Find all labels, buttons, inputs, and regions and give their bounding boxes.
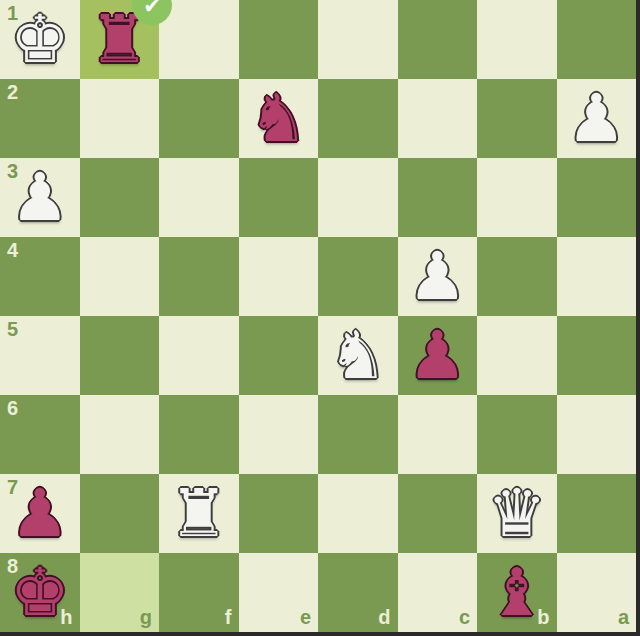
square-d6[interactable] [318, 395, 398, 474]
square-b1[interactable] [477, 0, 557, 79]
square-e3[interactable] [239, 158, 319, 237]
square-g6[interactable] [80, 395, 160, 474]
white-pawn[interactable]: ♟ [398, 237, 478, 316]
square-a5[interactable] [557, 316, 637, 395]
white-queen[interactable]: ♛ [477, 474, 557, 553]
file-label-e: e [300, 607, 311, 627]
square-c2[interactable] [398, 79, 478, 158]
square-b8[interactable]: b♝ [477, 553, 557, 632]
file-label-d: d [378, 607, 390, 627]
square-e6[interactable] [239, 395, 319, 474]
square-e8[interactable]: e [239, 553, 319, 632]
square-h3[interactable]: 3♟ [0, 158, 80, 237]
square-c8[interactable]: c [398, 553, 478, 632]
square-d8[interactable]: d [318, 553, 398, 632]
black-knight[interactable]: ♞ [239, 79, 319, 158]
square-e7[interactable] [239, 474, 319, 553]
square-e5[interactable] [239, 316, 319, 395]
square-g5[interactable] [80, 316, 160, 395]
white-knight[interactable]: ♞ [318, 316, 398, 395]
white-pawn[interactable]: ♟ [557, 79, 637, 158]
black-pawn[interactable]: ♟ [0, 474, 80, 553]
square-b3[interactable] [477, 158, 557, 237]
square-g7[interactable] [80, 474, 160, 553]
square-b7[interactable]: ♛ [477, 474, 557, 553]
square-c3[interactable] [398, 158, 478, 237]
square-a7[interactable] [557, 474, 637, 553]
square-a6[interactable] [557, 395, 637, 474]
file-label-c: c [459, 607, 470, 627]
square-f7[interactable]: ♜ [159, 474, 239, 553]
white-pawn[interactable]: ♟ [0, 158, 80, 237]
square-c4[interactable]: ♟ [398, 237, 478, 316]
square-c7[interactable] [398, 474, 478, 553]
square-b5[interactable] [477, 316, 557, 395]
square-h5[interactable]: 5 [0, 316, 80, 395]
square-d5[interactable]: ♞ [318, 316, 398, 395]
square-d7[interactable] [318, 474, 398, 553]
square-h7[interactable]: 7♟ [0, 474, 80, 553]
file-label-g: g [140, 607, 152, 627]
square-a2[interactable]: ♟ [557, 79, 637, 158]
square-b6[interactable] [477, 395, 557, 474]
rank-label-5: 5 [7, 319, 18, 339]
square-f4[interactable] [159, 237, 239, 316]
square-g2[interactable] [80, 79, 160, 158]
square-d2[interactable] [318, 79, 398, 158]
square-g8[interactable]: g [80, 553, 160, 632]
square-c1[interactable] [398, 0, 478, 79]
square-e1[interactable] [239, 0, 319, 79]
rank-label-4: 4 [7, 240, 18, 260]
chess-board-wrapper: 1♚♜2♞♟3♟4♟5♞♟67♟♜♛8h♚gfedcb♝a ✔ [0, 0, 640, 636]
check-icon: ✔ [143, 0, 161, 25]
file-label-f: f [225, 607, 232, 627]
square-b4[interactable] [477, 237, 557, 316]
square-d1[interactable] [318, 0, 398, 79]
square-f3[interactable] [159, 158, 239, 237]
square-c5[interactable]: ♟ [398, 316, 478, 395]
chess-board: 1♚♜2♞♟3♟4♟5♞♟67♟♜♛8h♚gfedcb♝a [0, 0, 636, 632]
square-h8[interactable]: 8h♚ [0, 553, 80, 632]
black-bishop[interactable]: ♝ [477, 553, 557, 632]
square-a4[interactable] [557, 237, 637, 316]
square-f2[interactable] [159, 79, 239, 158]
square-h4[interactable]: 4 [0, 237, 80, 316]
square-f5[interactable] [159, 316, 239, 395]
white-king[interactable]: ♚ [0, 0, 80, 79]
file-label-a: a [618, 607, 629, 627]
square-e4[interactable] [239, 237, 319, 316]
square-e2[interactable]: ♞ [239, 79, 319, 158]
square-g4[interactable] [80, 237, 160, 316]
square-h2[interactable]: 2 [0, 79, 80, 158]
black-pawn[interactable]: ♟ [398, 316, 478, 395]
rank-label-2: 2 [7, 82, 18, 102]
square-f8[interactable]: f [159, 553, 239, 632]
square-c6[interactable] [398, 395, 478, 474]
square-d4[interactable] [318, 237, 398, 316]
square-b2[interactable] [477, 79, 557, 158]
square-a8[interactable]: a [557, 553, 637, 632]
black-king[interactable]: ♚ [0, 553, 80, 632]
square-f6[interactable] [159, 395, 239, 474]
rank-label-6: 6 [7, 398, 18, 418]
square-f1[interactable] [159, 0, 239, 79]
square-a3[interactable] [557, 158, 637, 237]
square-d3[interactable] [318, 158, 398, 237]
square-h6[interactable]: 6 [0, 395, 80, 474]
white-rook[interactable]: ♜ [159, 474, 239, 553]
square-a1[interactable] [557, 0, 637, 79]
square-h1[interactable]: 1♚ [0, 0, 80, 79]
square-g3[interactable] [80, 158, 160, 237]
